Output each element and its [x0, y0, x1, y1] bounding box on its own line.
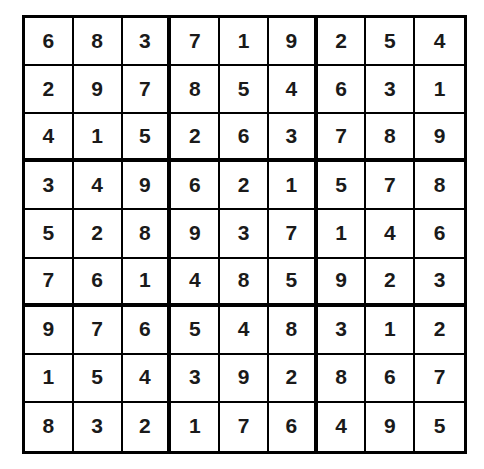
- cell-r8c2[interactable]: 5: [74, 355, 123, 403]
- cell-r7c9[interactable]: 2: [415, 307, 464, 355]
- cell-r6c5[interactable]: 8: [220, 259, 269, 307]
- cell-r7c5[interactable]: 4: [220, 307, 269, 355]
- cell-r5c9[interactable]: 6: [415, 210, 464, 258]
- cell-r6c6[interactable]: 5: [269, 259, 318, 307]
- cell-r4c5[interactable]: 2: [220, 162, 269, 210]
- cell-r4c8[interactable]: 7: [366, 162, 415, 210]
- cell-r9c3[interactable]: 2: [123, 403, 172, 451]
- cell-r1c4[interactable]: 7: [171, 18, 220, 66]
- cell-r6c7[interactable]: 9: [318, 259, 367, 307]
- cell-r6c9[interactable]: 3: [415, 259, 464, 307]
- cell-r9c6[interactable]: 6: [269, 403, 318, 451]
- cell-r7c4[interactable]: 5: [171, 307, 220, 355]
- cell-r5c7[interactable]: 1: [318, 210, 367, 258]
- cell-r1c6[interactable]: 9: [269, 18, 318, 66]
- cell-r4c7[interactable]: 5: [318, 162, 367, 210]
- cell-r5c5[interactable]: 3: [220, 210, 269, 258]
- cell-r2c1[interactable]: 2: [25, 66, 74, 114]
- cell-r8c4[interactable]: 3: [171, 355, 220, 403]
- cell-r2c8[interactable]: 3: [366, 66, 415, 114]
- cell-r9c1[interactable]: 8: [25, 403, 74, 451]
- cell-r5c6[interactable]: 7: [269, 210, 318, 258]
- sudoku-board: 6837192542978546314152637893496215785289…: [22, 15, 467, 454]
- cell-r2c5[interactable]: 5: [220, 66, 269, 114]
- cell-r8c9[interactable]: 7: [415, 355, 464, 403]
- cell-r9c4[interactable]: 1: [171, 403, 220, 451]
- cell-r3c4[interactable]: 2: [171, 114, 220, 162]
- cell-r9c2[interactable]: 3: [74, 403, 123, 451]
- cell-r8c3[interactable]: 4: [123, 355, 172, 403]
- cell-r5c2[interactable]: 2: [74, 210, 123, 258]
- cell-r9c7[interactable]: 4: [318, 403, 367, 451]
- cell-r7c2[interactable]: 7: [74, 307, 123, 355]
- cell-r3c7[interactable]: 7: [318, 114, 367, 162]
- cell-r7c8[interactable]: 1: [366, 307, 415, 355]
- cell-r2c3[interactable]: 7: [123, 66, 172, 114]
- cell-r5c8[interactable]: 4: [366, 210, 415, 258]
- cell-r1c3[interactable]: 3: [123, 18, 172, 66]
- cell-r6c2[interactable]: 6: [74, 259, 123, 307]
- cell-r2c6[interactable]: 4: [269, 66, 318, 114]
- cell-r9c9[interactable]: 5: [415, 403, 464, 451]
- cell-r6c1[interactable]: 7: [25, 259, 74, 307]
- cell-r8c7[interactable]: 8: [318, 355, 367, 403]
- cell-r1c7[interactable]: 2: [318, 18, 367, 66]
- cell-r3c3[interactable]: 5: [123, 114, 172, 162]
- cell-r3c9[interactable]: 9: [415, 114, 464, 162]
- cell-r1c2[interactable]: 8: [74, 18, 123, 66]
- cell-r6c4[interactable]: 4: [171, 259, 220, 307]
- cell-r8c5[interactable]: 9: [220, 355, 269, 403]
- cell-r8c6[interactable]: 2: [269, 355, 318, 403]
- cell-r2c4[interactable]: 8: [171, 66, 220, 114]
- cell-r5c1[interactable]: 5: [25, 210, 74, 258]
- cell-r7c3[interactable]: 6: [123, 307, 172, 355]
- cell-r4c3[interactable]: 9: [123, 162, 172, 210]
- cell-r1c9[interactable]: 4: [415, 18, 464, 66]
- cell-r2c9[interactable]: 1: [415, 66, 464, 114]
- cell-r8c1[interactable]: 1: [25, 355, 74, 403]
- cell-r4c6[interactable]: 1: [269, 162, 318, 210]
- cell-r7c6[interactable]: 8: [269, 307, 318, 355]
- cell-r3c5[interactable]: 6: [220, 114, 269, 162]
- cell-r4c9[interactable]: 8: [415, 162, 464, 210]
- cell-r4c2[interactable]: 4: [74, 162, 123, 210]
- page: 6837192542978546314152637893496215785289…: [0, 0, 484, 469]
- cell-r1c5[interactable]: 1: [220, 18, 269, 66]
- cell-r3c2[interactable]: 1: [74, 114, 123, 162]
- cell-r6c3[interactable]: 1: [123, 259, 172, 307]
- cell-r7c7[interactable]: 3: [318, 307, 367, 355]
- cell-r9c5[interactable]: 7: [220, 403, 269, 451]
- cell-r7c1[interactable]: 9: [25, 307, 74, 355]
- cell-r6c8[interactable]: 2: [366, 259, 415, 307]
- cell-r3c1[interactable]: 4: [25, 114, 74, 162]
- cell-r2c2[interactable]: 9: [74, 66, 123, 114]
- cell-r9c8[interactable]: 9: [366, 403, 415, 451]
- cell-r5c3[interactable]: 8: [123, 210, 172, 258]
- cell-r4c4[interactable]: 6: [171, 162, 220, 210]
- cell-r1c8[interactable]: 5: [366, 18, 415, 66]
- cell-r5c4[interactable]: 9: [171, 210, 220, 258]
- cell-r1c1[interactable]: 6: [25, 18, 74, 66]
- cell-r2c7[interactable]: 6: [318, 66, 367, 114]
- cell-r3c6[interactable]: 3: [269, 114, 318, 162]
- cell-r4c1[interactable]: 3: [25, 162, 74, 210]
- cell-r3c8[interactable]: 8: [366, 114, 415, 162]
- cell-r8c8[interactable]: 6: [366, 355, 415, 403]
